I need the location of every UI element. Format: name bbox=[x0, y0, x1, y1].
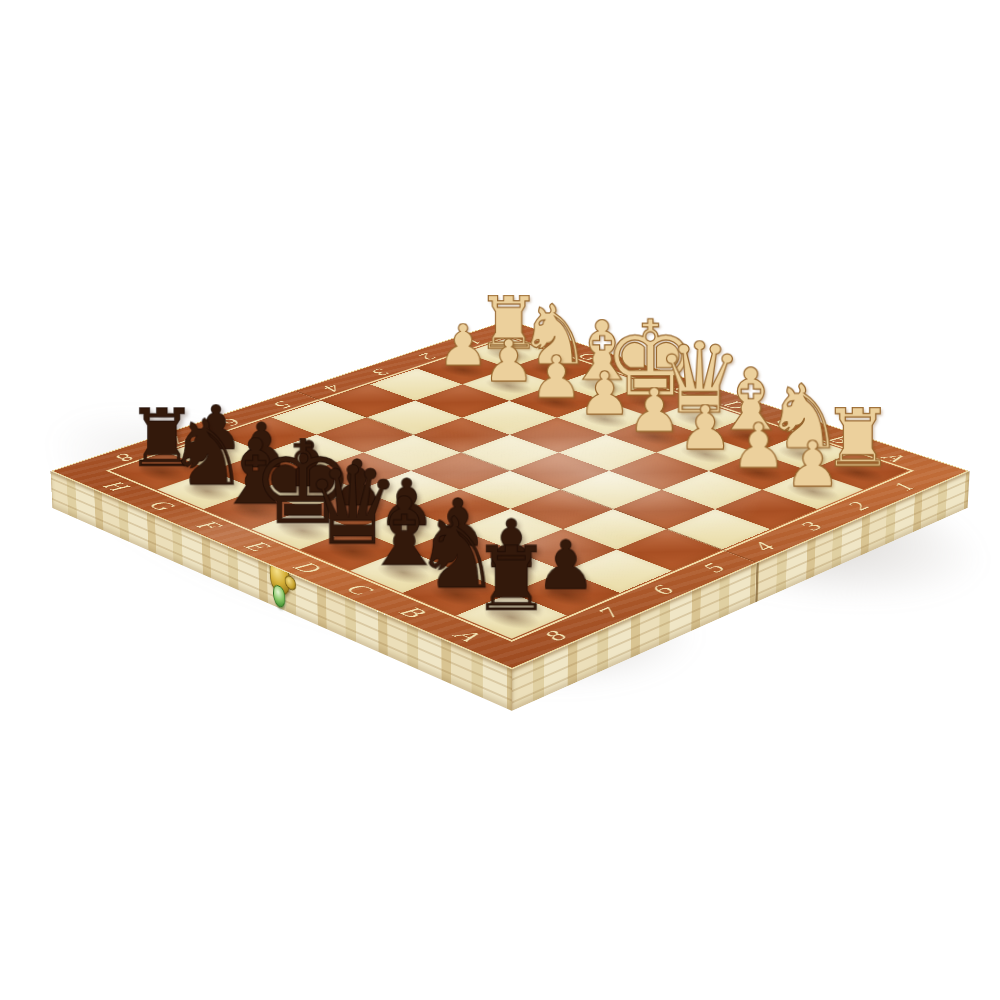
scene: HHGGFFEEDDCCBBAA1122334455667788 ♜♞♝♚♛♝♞… bbox=[185, 146, 835, 796]
chessboard: HHGGFFEEDDCCBBAA1122334455667788 ♜♞♝♚♛♝♞… bbox=[50, 320, 969, 670]
fold-seam-side bbox=[755, 562, 758, 602]
rank-label-left-4: 4 bbox=[296, 375, 370, 401]
product-photo: HHGGFFEEDDCCBBAA1122334455667788 ♜♞♝♚♛♝♞… bbox=[0, 0, 1000, 1000]
clasp-plate bbox=[284, 573, 296, 592]
piece-black-rook[interactable]: ♜ bbox=[434, 544, 590, 615]
piece-white-pawn[interactable]: ♟ bbox=[742, 439, 884, 489]
